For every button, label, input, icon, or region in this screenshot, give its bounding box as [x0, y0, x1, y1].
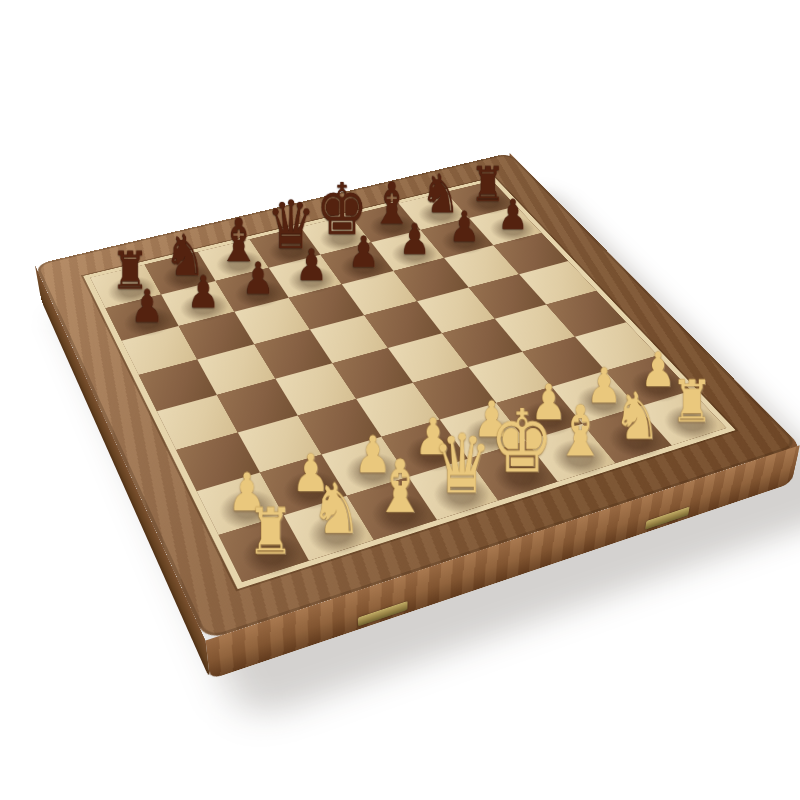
perspective-wrapper: ♜♞♝♛♚♝♞♜♟♟♟♟♟♟♟♟♟♟♟♟♟♟♟♟♜♞♝♛♚♝♞♜ — [0, 0, 800, 800]
black-pawn-glyph: ♟ — [91, 285, 204, 327]
chess-set-photo: ♜♞♝♛♚♝♞♜♟♟♟♟♟♟♟♟♟♟♟♟♟♟♟♟♜♞♝♛♚♝♞♜ — [0, 0, 800, 800]
white-rook-glyph: ♜ — [203, 503, 339, 562]
piece-white-rook: ♜ — [235, 547, 301, 568]
